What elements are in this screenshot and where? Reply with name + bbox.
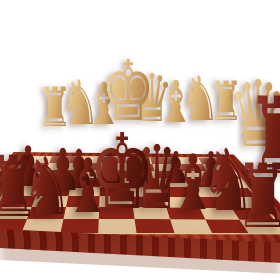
piece-dark-rook: ♜: [235, 153, 280, 241]
piece-dark-king: ♚: [88, 120, 155, 224]
pieces-layer: ♜♞♝♚♛♝♞♜♛♜♟♟♟♟♟♟♟♜♞♝♚♛♝♞♜: [0, 0, 280, 280]
piece-dark-rook: ♜: [0, 145, 40, 229]
piece-light-rook: ♜: [38, 81, 73, 135]
chess-set-photo: ♜♞♝♚♛♝♞♜♛♜♟♟♟♟♟♟♟♜♞♝♚♛♝♞♜: [0, 0, 280, 280]
